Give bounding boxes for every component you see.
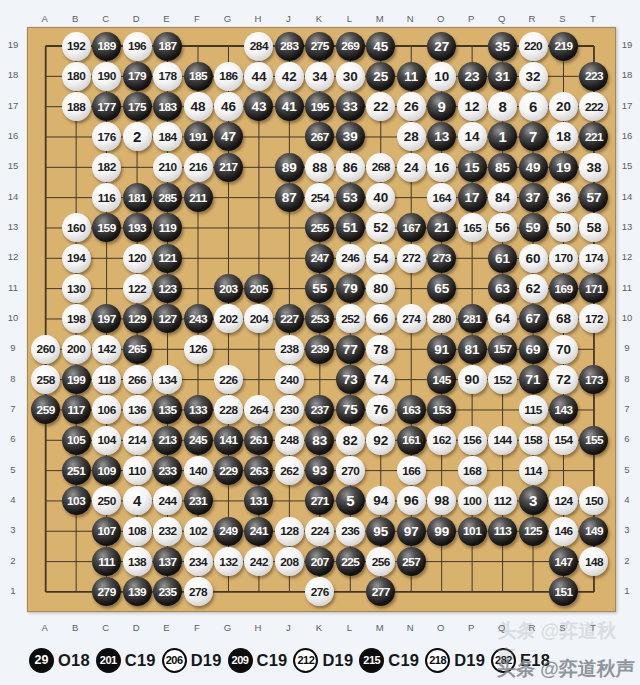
stone-P10: 281 (458, 304, 487, 333)
stone-B7: 117 (62, 395, 91, 424)
coord-label-10: 10 (622, 313, 633, 323)
stone-Q3: 113 (488, 517, 517, 546)
stone-N2: 257 (397, 547, 426, 576)
stone-E12: 121 (153, 244, 182, 273)
coord-label-4: 4 (10, 495, 15, 505)
stone-R19: 220 (519, 32, 548, 61)
stone-E3: 232 (153, 517, 182, 546)
stone-J3: 128 (275, 517, 304, 546)
stone-Q9: 157 (488, 335, 517, 364)
stone-N16: 28 (397, 122, 426, 151)
stone-S9: 70 (549, 335, 578, 364)
stone-F5: 140 (184, 456, 213, 485)
stone-O19: 27 (427, 32, 456, 61)
stone-F10: 243 (184, 304, 213, 333)
stone-P3: 101 (458, 517, 487, 546)
stone-C3: 107 (92, 517, 121, 546)
stone-K3: 224 (305, 517, 334, 546)
stone-G15: 217 (214, 153, 243, 182)
stone-J18: 42 (275, 62, 304, 91)
stone-L2: 225 (336, 547, 365, 576)
stone-N7: 163 (397, 395, 426, 424)
stone-P14: 17 (458, 183, 487, 212)
stone-D14: 181 (123, 183, 152, 212)
coord-label-15: 15 (8, 161, 19, 171)
stone-R7: 115 (519, 395, 548, 424)
stone-N17: 26 (397, 92, 426, 121)
caption-move-209: 209C19 (228, 648, 288, 673)
stone-K12: 247 (305, 244, 334, 273)
stone-C5: 109 (92, 456, 121, 485)
coord-label-2: 2 (624, 556, 629, 566)
caption-move-218: 218D19 (425, 648, 485, 673)
stone-H6: 261 (244, 426, 273, 455)
caption-stone-215: 215 (359, 648, 384, 673)
stone-L15: 86 (336, 153, 365, 182)
coord-label-G: G (224, 623, 231, 633)
stone-J8: 240 (275, 365, 304, 394)
stone-E19: 187 (153, 32, 182, 61)
stone-L12: 246 (336, 244, 365, 273)
coord-label-J: J (286, 623, 291, 633)
stone-P16: 14 (458, 122, 487, 151)
stone-Q18: 31 (488, 62, 517, 91)
stone-O15: 16 (427, 153, 456, 182)
stone-H3: 241 (244, 517, 273, 546)
stone-E5: 233 (153, 456, 182, 485)
coord-label-K: K (316, 623, 322, 633)
stone-D6: 214 (123, 426, 152, 455)
stone-K19: 275 (305, 32, 334, 61)
coord-label-H: H (254, 623, 261, 633)
stone-D18: 179 (123, 62, 152, 91)
coord-label-2: 2 (10, 556, 15, 566)
coord-label-5: 5 (624, 465, 629, 475)
stone-S17: 20 (549, 92, 578, 121)
stone-E18: 178 (153, 62, 182, 91)
coord-label-5: 5 (10, 465, 15, 475)
stone-B19: 192 (62, 32, 91, 61)
coord-label-L: L (347, 623, 352, 633)
stone-P15: 15 (458, 153, 487, 182)
coord-label-12: 12 (622, 252, 633, 262)
stone-P8: 90 (458, 365, 487, 394)
stone-F6: 245 (184, 426, 213, 455)
stone-G2: 132 (214, 547, 243, 576)
coord-label-N: N (407, 623, 414, 633)
stone-R12: 60 (519, 244, 548, 273)
stone-L5: 270 (336, 456, 365, 485)
stone-D9: 265 (123, 335, 152, 364)
stone-G18: 186 (214, 62, 243, 91)
coord-label-14: 14 (8, 192, 19, 202)
stone-D1: 139 (123, 577, 152, 606)
stone-D16: 2 (123, 122, 152, 151)
stone-C9: 142 (92, 335, 121, 364)
coord-label-R: R (529, 14, 536, 24)
stone-R15: 49 (519, 153, 548, 182)
coord-label-8: 8 (624, 374, 629, 384)
stone-Q6: 144 (488, 426, 517, 455)
stone-P4: 100 (458, 486, 487, 515)
coord-label-19: 19 (622, 40, 633, 50)
stone-P13: 165 (458, 213, 487, 242)
stone-M6: 92 (366, 426, 395, 455)
caption-point-201: C19 (125, 651, 156, 670)
stone-M19: 45 (366, 32, 395, 61)
stone-M3: 95 (366, 517, 395, 546)
caption-move-206: 206D19 (162, 648, 222, 673)
coord-label-7: 7 (624, 404, 629, 414)
stone-P17: 12 (458, 92, 487, 121)
caption-move-212: 212D19 (293, 648, 353, 673)
move-caption: 29O18201C19206D19209C19212D19215C19218D1… (29, 645, 550, 675)
stone-B9: 200 (62, 335, 91, 364)
stone-B18: 180 (62, 62, 91, 91)
stone-B8: 199 (62, 365, 91, 394)
caption-stone-29: 29 (29, 648, 54, 673)
stone-J6: 248 (275, 426, 304, 455)
stone-G11: 203 (214, 274, 243, 303)
stone-M9: 78 (366, 335, 395, 364)
stone-J15: 89 (275, 153, 304, 182)
stone-R18: 32 (519, 62, 548, 91)
coord-label-F: F (194, 14, 200, 24)
stone-Q11: 63 (488, 274, 517, 303)
stone-F18: 185 (184, 62, 213, 91)
stone-S8: 72 (549, 365, 578, 394)
caption-point-282: E18 (520, 651, 550, 670)
stone-R8: 71 (519, 365, 548, 394)
coord-label-19: 19 (8, 40, 19, 50)
coord-label-D: D (133, 623, 140, 633)
stone-J14: 87 (275, 183, 304, 212)
stone-L18: 30 (336, 62, 365, 91)
stone-B10: 198 (62, 304, 91, 333)
stone-R13: 59 (519, 213, 548, 242)
stone-J2: 208 (275, 547, 304, 576)
coord-label-T: T (590, 623, 596, 633)
stone-E8: 134 (153, 365, 182, 394)
coord-label-18: 18 (622, 70, 633, 80)
stone-N13: 167 (397, 213, 426, 242)
stone-R4: 3 (519, 486, 548, 515)
stone-P6: 156 (458, 426, 487, 455)
stone-J9: 238 (275, 335, 304, 364)
coord-label-T: T (590, 14, 596, 24)
coord-label-B: B (72, 14, 78, 24)
stone-B17: 188 (62, 92, 91, 121)
stone-P18: 23 (458, 62, 487, 91)
stone-S12: 170 (549, 244, 578, 273)
coord-label-11: 11 (8, 283, 18, 293)
coord-label-9: 9 (10, 343, 15, 353)
coord-label-16: 16 (8, 131, 19, 141)
coord-label-H: H (254, 14, 261, 24)
caption-point-29: O18 (58, 651, 90, 670)
stone-P5: 168 (458, 456, 487, 485)
stone-F2: 234 (184, 547, 213, 576)
stone-P9: 81 (458, 335, 487, 364)
coord-label-15: 15 (622, 161, 633, 171)
stone-L19: 269 (336, 32, 365, 61)
coord-label-7: 7 (10, 404, 15, 414)
stone-E15: 210 (153, 153, 182, 182)
stone-J5: 262 (275, 456, 304, 485)
stone-Q19: 35 (488, 32, 517, 61)
coord-label-E: E (163, 623, 169, 633)
caption-move-29: 29O18 (29, 648, 90, 673)
stone-R17: 6 (519, 92, 548, 121)
stone-L9: 77 (336, 335, 365, 364)
stone-B6: 105 (62, 426, 91, 455)
coord-label-K: K (316, 14, 322, 24)
stone-C18: 190 (92, 62, 121, 91)
coord-label-D: D (133, 14, 140, 24)
stone-H19: 284 (244, 32, 273, 61)
caption-stone-206: 206 (162, 648, 187, 673)
coord-label-F: F (194, 623, 200, 633)
stone-N6: 161 (397, 426, 426, 455)
coord-label-11: 11 (622, 283, 632, 293)
stone-C2: 111 (92, 547, 121, 576)
stone-C15: 182 (92, 153, 121, 182)
stone-G6: 141 (214, 426, 243, 455)
stone-L14: 53 (336, 183, 365, 212)
stone-S14: 36 (549, 183, 578, 212)
stone-K6: 83 (305, 426, 334, 455)
stone-J19: 283 (275, 32, 304, 61)
stone-D7: 136 (123, 395, 152, 424)
stone-G5: 229 (214, 456, 243, 485)
stone-J17: 41 (275, 92, 304, 121)
caption-stone-218: 218 (425, 648, 450, 673)
stone-B5: 251 (62, 456, 91, 485)
stone-F15: 216 (184, 153, 213, 182)
stone-R5: 114 (519, 456, 548, 485)
coord-label-J: J (286, 14, 291, 24)
stone-R11: 62 (519, 274, 548, 303)
stone-M15: 268 (366, 153, 395, 182)
coord-label-12: 12 (8, 252, 19, 262)
coord-label-9: 9 (624, 343, 629, 353)
stone-F4: 231 (184, 486, 213, 515)
stone-B13: 160 (62, 213, 91, 242)
stone-O3: 99 (427, 517, 456, 546)
coord-label-P: P (468, 14, 474, 24)
stone-Q8: 152 (488, 365, 517, 394)
stone-B12: 194 (62, 244, 91, 273)
coord-label-S: S (559, 14, 565, 24)
stone-O18: 10 (427, 62, 456, 91)
stone-S15: 19 (549, 153, 578, 182)
stone-O12: 273 (427, 244, 456, 273)
caption-point-206: D19 (191, 651, 222, 670)
stone-D13: 193 (123, 213, 152, 242)
stone-R6: 158 (519, 426, 548, 455)
stone-M18: 25 (366, 62, 395, 91)
stone-L3: 236 (336, 517, 365, 546)
stone-L11: 79 (336, 274, 365, 303)
coord-label-P: P (468, 623, 474, 633)
stone-C19: 189 (92, 32, 121, 61)
coord-label-L: L (347, 14, 352, 24)
coord-label-N: N (407, 14, 414, 24)
stone-K15: 88 (305, 153, 334, 182)
stone-D2: 138 (123, 547, 152, 576)
caption-point-218: D19 (454, 651, 485, 670)
caption-stone-209: 209 (228, 648, 253, 673)
stone-S19: 219 (549, 32, 578, 61)
coord-label-1: 1 (10, 586, 15, 596)
coord-label-17: 17 (8, 101, 19, 111)
caption-stone-201: 201 (96, 648, 121, 673)
coord-label-E: E (163, 14, 169, 24)
coord-label-18: 18 (8, 70, 19, 80)
stone-N12: 272 (397, 244, 426, 273)
coord-label-10: 10 (8, 313, 19, 323)
coord-label-O: O (437, 623, 444, 633)
coord-label-8: 8 (10, 374, 15, 384)
go-board: 1921891961872842832752694527352202191801… (27, 27, 616, 612)
stone-E2: 137 (153, 547, 182, 576)
stone-D8: 266 (123, 365, 152, 394)
stone-K9: 239 (305, 335, 334, 364)
stone-S6: 154 (549, 426, 578, 455)
coord-label-R: R (529, 623, 536, 633)
stone-S2: 147 (549, 547, 578, 576)
stone-R10: 67 (519, 304, 548, 333)
stone-F1: 278 (184, 577, 213, 606)
stone-N5: 166 (397, 456, 426, 485)
coord-label-13: 13 (8, 222, 19, 232)
stone-S11: 169 (549, 274, 578, 303)
coord-label-G: G (224, 14, 231, 24)
stone-D3: 108 (123, 517, 152, 546)
caption-point-209: C19 (257, 651, 288, 670)
stone-K18: 34 (305, 62, 334, 91)
caption-move-201: 201C19 (96, 648, 156, 673)
coord-label-16: 16 (622, 131, 633, 141)
coord-label-6: 6 (624, 434, 629, 444)
stone-G8: 226 (214, 365, 243, 394)
stone-B4: 103 (62, 486, 91, 515)
stone-N3: 97 (397, 517, 426, 546)
stone-O6: 162 (427, 426, 456, 455)
stone-B11: 130 (62, 274, 91, 303)
stone-E11: 123 (153, 274, 182, 303)
go-game-diagram: ABCDEFGHJKLMNOPQRST ABCDEFGHJKLMNOPQRST … (0, 0, 640, 685)
coord-label-C: C (102, 623, 109, 633)
stone-G17: 46 (214, 92, 243, 121)
coord-label-A: A (42, 14, 48, 24)
stone-S3: 146 (549, 517, 578, 546)
coord-label-13: 13 (622, 222, 633, 232)
coord-label-3: 3 (10, 525, 15, 535)
stone-G3: 249 (214, 517, 243, 546)
stone-D5: 110 (123, 456, 152, 485)
stone-D4: 4 (123, 486, 152, 515)
stone-N4: 96 (397, 486, 426, 515)
coord-label-1: 1 (624, 586, 629, 596)
stone-F9: 126 (184, 335, 213, 364)
coord-label-M: M (376, 623, 384, 633)
stone-L6: 82 (336, 426, 365, 455)
coord-label-S: S (559, 623, 565, 633)
stone-F16: 191 (184, 122, 213, 151)
coord-label-Q: Q (498, 623, 505, 633)
stone-L17: 33 (336, 92, 365, 121)
stone-L8: 73 (336, 365, 365, 394)
stone-A9: 260 (31, 335, 60, 364)
stone-C6: 104 (92, 426, 121, 455)
stone-R14: 37 (519, 183, 548, 212)
stone-N15: 24 (397, 153, 426, 182)
stone-D10: 129 (123, 304, 152, 333)
coord-label-M: M (376, 14, 384, 24)
stone-O9: 91 (427, 335, 456, 364)
stone-R16: 7 (519, 122, 548, 151)
coord-label-Q: Q (498, 14, 505, 24)
caption-point-212: D19 (322, 651, 353, 670)
stone-D17: 175 (123, 92, 152, 121)
coord-label-17: 17 (622, 101, 633, 111)
stone-M12: 54 (366, 244, 395, 273)
coord-label-4: 4 (624, 495, 629, 505)
caption-move-282: 282E18 (491, 648, 550, 673)
stone-F14: 211 (184, 183, 213, 212)
stone-E6: 213 (153, 426, 182, 455)
stone-E17: 183 (153, 92, 182, 121)
stone-Q12: 61 (488, 244, 517, 273)
stone-F3: 102 (184, 517, 213, 546)
coord-label-O: O (437, 14, 444, 24)
stone-R3: 125 (519, 517, 548, 546)
stone-N10: 274 (397, 304, 426, 333)
coord-label-6: 6 (10, 434, 15, 444)
stone-F7: 133 (184, 395, 213, 424)
coord-label-14: 14 (622, 192, 633, 202)
stone-Q15: 85 (488, 153, 517, 182)
caption-stone-282: 282 (491, 648, 516, 673)
coord-label-C: C (102, 14, 109, 24)
caption-stone-212: 212 (293, 648, 318, 673)
stone-N18: 11 (397, 62, 426, 91)
stone-E14: 285 (153, 183, 182, 212)
stone-R9: 69 (519, 335, 548, 364)
coord-label-B: B (72, 623, 78, 633)
caption-move-215: 215C19 (359, 648, 419, 673)
stone-D19: 196 (123, 32, 152, 61)
caption-point-215: C19 (388, 651, 419, 670)
coord-label-3: 3 (624, 525, 629, 535)
stone-D11: 122 (123, 274, 152, 303)
coord-label-A: A (42, 623, 48, 633)
stone-F17: 48 (184, 92, 213, 121)
stone-D12: 120 (123, 244, 152, 273)
